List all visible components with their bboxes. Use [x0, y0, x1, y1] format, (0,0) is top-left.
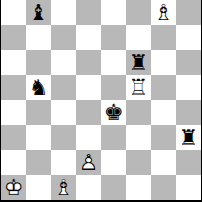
- piece-black-knight: ♞: [26, 75, 51, 100]
- square-f5[interactable]: ♜♖: [126, 75, 151, 100]
- square-g5[interactable]: [151, 75, 176, 100]
- square-b8[interactable]: ♝: [26, 0, 51, 25]
- square-g6[interactable]: [151, 50, 176, 75]
- square-g4[interactable]: [151, 100, 176, 125]
- square-e6[interactable]: [101, 50, 126, 75]
- square-e5[interactable]: [101, 75, 126, 100]
- square-d1[interactable]: [76, 175, 101, 200]
- square-b4[interactable]: [26, 100, 51, 125]
- square-b6[interactable]: [26, 50, 51, 75]
- square-h2[interactable]: [176, 150, 201, 175]
- square-g1[interactable]: [151, 175, 176, 200]
- piece-white-pawn: ♙: [76, 150, 101, 175]
- square-d2[interactable]: ♟♙: [76, 150, 101, 175]
- square-c1[interactable]: ♝♗: [51, 175, 76, 200]
- piece-white-king-fill: ♚: [1, 175, 26, 200]
- piece-black-rook: ♜: [126, 50, 151, 75]
- square-f7[interactable]: [126, 25, 151, 50]
- square-h7[interactable]: [176, 25, 201, 50]
- square-e1[interactable]: [101, 175, 126, 200]
- square-h1[interactable]: [176, 175, 201, 200]
- square-d8[interactable]: [76, 0, 101, 25]
- square-c5[interactable]: [51, 75, 76, 100]
- square-c6[interactable]: [51, 50, 76, 75]
- square-c3[interactable]: [51, 125, 76, 150]
- square-e7[interactable]: [101, 25, 126, 50]
- square-g7[interactable]: [151, 25, 176, 50]
- piece-black-king: ♚: [101, 100, 126, 125]
- piece-black-bishop: ♝: [26, 0, 51, 25]
- square-f1[interactable]: [126, 175, 151, 200]
- square-a5[interactable]: [1, 75, 26, 100]
- square-d4[interactable]: [76, 100, 101, 125]
- piece-white-bishop: ♗: [151, 0, 176, 25]
- square-d7[interactable]: [76, 25, 101, 50]
- square-h6[interactable]: [176, 50, 201, 75]
- square-a6[interactable]: [1, 50, 26, 75]
- square-b3[interactable]: [26, 125, 51, 150]
- chess-board: ♝♝♗♜♞♜♖♚♜♟♙♚♔♝♗: [0, 0, 202, 202]
- square-g8[interactable]: ♝♗: [151, 0, 176, 25]
- square-e8[interactable]: [101, 0, 126, 25]
- piece-white-pawn-fill: ♟: [76, 150, 101, 175]
- square-b2[interactable]: [26, 150, 51, 175]
- square-b5[interactable]: ♞: [26, 75, 51, 100]
- square-a8[interactable]: [1, 0, 26, 25]
- square-h8[interactable]: [176, 0, 201, 25]
- square-c4[interactable]: [51, 100, 76, 125]
- square-b1[interactable]: [26, 175, 51, 200]
- piece-black-rook: ♜: [176, 125, 201, 150]
- square-f3[interactable]: [126, 125, 151, 150]
- square-f2[interactable]: [126, 150, 151, 175]
- piece-white-bishop-fill: ♝: [151, 0, 176, 25]
- square-c2[interactable]: [51, 150, 76, 175]
- piece-white-bishop-fill: ♝: [51, 175, 76, 200]
- square-a2[interactable]: [1, 150, 26, 175]
- square-d3[interactable]: [76, 125, 101, 150]
- square-b7[interactable]: [26, 25, 51, 50]
- piece-white-king: ♔: [1, 175, 26, 200]
- square-c8[interactable]: [51, 0, 76, 25]
- piece-white-rook: ♖: [126, 75, 151, 100]
- square-d5[interactable]: [76, 75, 101, 100]
- square-e4[interactable]: ♚: [101, 100, 126, 125]
- square-a3[interactable]: [1, 125, 26, 150]
- square-f6[interactable]: ♜: [126, 50, 151, 75]
- square-e2[interactable]: [101, 150, 126, 175]
- piece-white-bishop: ♗: [51, 175, 76, 200]
- piece-white-rook-fill: ♜: [126, 75, 151, 100]
- square-g2[interactable]: [151, 150, 176, 175]
- square-a7[interactable]: [1, 25, 26, 50]
- square-f4[interactable]: [126, 100, 151, 125]
- square-h5[interactable]: [176, 75, 201, 100]
- square-c7[interactable]: [51, 25, 76, 50]
- square-f8[interactable]: [126, 0, 151, 25]
- square-e3[interactable]: [101, 125, 126, 150]
- square-a4[interactable]: [1, 100, 26, 125]
- square-h3[interactable]: ♜: [176, 125, 201, 150]
- square-h4[interactable]: [176, 100, 201, 125]
- square-d6[interactable]: [76, 50, 101, 75]
- square-a1[interactable]: ♚♔: [1, 175, 26, 200]
- square-g3[interactable]: [151, 125, 176, 150]
